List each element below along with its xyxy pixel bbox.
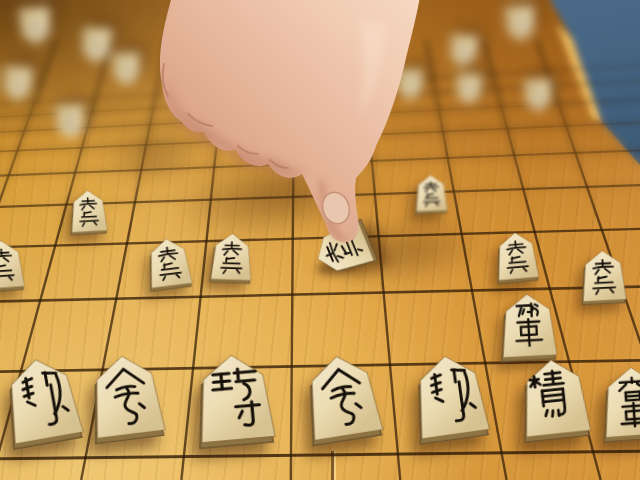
hand — [128, 0, 448, 300]
shogi-piece-sente-lance[interactable] — [598, 363, 640, 445]
shogi-piece-sente-pawn[interactable] — [0, 237, 27, 294]
shogi-piece-sente-pawn[interactable] — [578, 247, 629, 306]
shogi-piece-sente-gold[interactable] — [297, 347, 387, 449]
shogi-piece-sente-pawn[interactable] — [68, 187, 110, 236]
shogi-piece-sente-king[interactable] — [190, 348, 280, 452]
shogi-piece-sente-silver[interactable] — [407, 348, 495, 448]
shogi-piece-sente-rook[interactable] — [497, 290, 561, 364]
shogi-piece-sente-pawn[interactable] — [492, 229, 541, 286]
shogi-piece-sente-silver[interactable] — [0, 350, 88, 453]
shogi-photo-scene — [0, 0, 640, 480]
shogi-piece-sente-gold[interactable] — [84, 349, 170, 448]
shogi-piece-sente-knight[interactable] — [515, 353, 595, 445]
